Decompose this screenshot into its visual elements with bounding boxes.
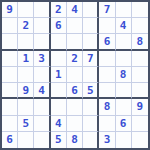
sudoku-cell[interactable]: 8 <box>99 99 115 115</box>
sudoku-cell[interactable] <box>67 67 83 83</box>
sudoku-cell[interactable]: 6 <box>67 83 83 99</box>
sudoku-cell[interactable] <box>34 18 50 34</box>
given-digit: 8 <box>104 101 111 112</box>
sudoku-cell[interactable]: 9 <box>18 83 34 99</box>
given-digit: 1 <box>23 53 30 64</box>
given-digit: 9 <box>137 101 144 112</box>
given-digit: 8 <box>137 36 144 47</box>
sudoku-cell[interactable] <box>51 83 67 99</box>
given-digit: 6 <box>55 20 62 31</box>
sudoku-cell[interactable]: 5 <box>51 132 67 148</box>
sudoku-cell[interactable]: 7 <box>83 51 99 67</box>
given-digit: 8 <box>71 134 78 145</box>
given-digit: 7 <box>104 4 111 15</box>
sudoku-cell[interactable] <box>99 67 115 83</box>
sudoku-cell[interactable] <box>132 116 148 132</box>
sudoku-cell[interactable] <box>83 116 99 132</box>
given-digit: 4 <box>55 118 62 129</box>
sudoku-cell[interactable] <box>67 34 83 50</box>
sudoku-cell[interactable] <box>34 67 50 83</box>
sudoku-cell[interactable] <box>18 34 34 50</box>
sudoku-cell[interactable] <box>2 116 18 132</box>
sudoku-cell[interactable] <box>132 132 148 148</box>
sudoku-cell[interactable] <box>116 83 132 99</box>
given-digit: 9 <box>6 4 13 15</box>
sudoku-cell[interactable] <box>2 67 18 83</box>
given-digit: 4 <box>71 4 78 15</box>
sudoku-cell[interactable]: 8 <box>67 132 83 148</box>
given-digit: 7 <box>87 53 94 64</box>
sudoku-cell[interactable] <box>2 51 18 67</box>
sudoku-cell[interactable]: 9 <box>2 2 18 18</box>
given-digit: 8 <box>120 69 127 80</box>
sudoku-cell[interactable] <box>34 116 50 132</box>
sudoku-cell[interactable] <box>67 99 83 115</box>
sudoku-cell[interactable] <box>2 83 18 99</box>
sudoku-cell[interactable] <box>83 2 99 18</box>
sudoku-cell[interactable] <box>18 2 34 18</box>
given-digit: 1 <box>55 69 62 80</box>
sudoku-cell[interactable]: 6 <box>2 132 18 148</box>
sudoku-cell[interactable] <box>18 99 34 115</box>
sudoku-cell[interactable] <box>132 18 148 34</box>
given-digit: 4 <box>38 85 45 96</box>
sudoku-board: 9247264681327189465895466583 <box>0 0 150 150</box>
sudoku-cell[interactable] <box>83 99 99 115</box>
given-digit: 6 <box>6 134 13 145</box>
sudoku-cell[interactable] <box>116 34 132 50</box>
sudoku-cell[interactable] <box>34 99 50 115</box>
sudoku-cell[interactable] <box>83 132 99 148</box>
sudoku-cell[interactable] <box>2 99 18 115</box>
sudoku-cell[interactable]: 4 <box>51 116 67 132</box>
sudoku-cell[interactable]: 6 <box>116 116 132 132</box>
sudoku-cell[interactable]: 6 <box>99 34 115 50</box>
sudoku-cell[interactable]: 4 <box>34 83 50 99</box>
sudoku-cell[interactable] <box>34 132 50 148</box>
sudoku-cell[interactable]: 3 <box>34 51 50 67</box>
sudoku-cell[interactable] <box>116 99 132 115</box>
sudoku-cell[interactable]: 5 <box>83 83 99 99</box>
sudoku-cell[interactable] <box>51 99 67 115</box>
sudoku-cell[interactable]: 8 <box>132 34 148 50</box>
sudoku-cell[interactable]: 9 <box>132 99 148 115</box>
given-digit: 9 <box>23 85 30 96</box>
given-digit: 2 <box>55 4 62 15</box>
given-digit: 6 <box>104 36 111 47</box>
sudoku-cell[interactable]: 7 <box>99 2 115 18</box>
sudoku-cell[interactable] <box>51 51 67 67</box>
sudoku-cell[interactable] <box>99 18 115 34</box>
sudoku-cell[interactable]: 2 <box>67 51 83 67</box>
given-digit: 6 <box>120 118 127 129</box>
sudoku-cell[interactable] <box>18 67 34 83</box>
sudoku-cell[interactable] <box>99 116 115 132</box>
sudoku-cell[interactable]: 1 <box>51 67 67 83</box>
sudoku-cell[interactable] <box>132 83 148 99</box>
sudoku-cell[interactable] <box>99 83 115 99</box>
sudoku-cell[interactable]: 2 <box>51 2 67 18</box>
sudoku-cell[interactable] <box>132 51 148 67</box>
sudoku-cell[interactable] <box>83 34 99 50</box>
sudoku-cell[interactable]: 5 <box>18 116 34 132</box>
sudoku-cell[interactable]: 1 <box>18 51 34 67</box>
given-digit: 5 <box>87 85 94 96</box>
sudoku-cell[interactable]: 4 <box>116 18 132 34</box>
sudoku-cell[interactable] <box>34 2 50 18</box>
sudoku-cell[interactable] <box>116 51 132 67</box>
sudoku-cell[interactable] <box>132 2 148 18</box>
sudoku-cell[interactable]: 4 <box>67 2 83 18</box>
sudoku-cell[interactable] <box>51 34 67 50</box>
given-digit: 3 <box>104 134 111 145</box>
sudoku-cell[interactable] <box>67 116 83 132</box>
given-digit: 2 <box>23 20 30 31</box>
given-digit: 2 <box>71 53 78 64</box>
sudoku-cell[interactable]: 8 <box>116 67 132 83</box>
sudoku-cell[interactable] <box>116 132 132 148</box>
sudoku-cell[interactable] <box>83 67 99 83</box>
sudoku-cell[interactable]: 6 <box>51 18 67 34</box>
given-digit: 4 <box>120 20 127 31</box>
sudoku-cell[interactable] <box>132 67 148 83</box>
given-digit: 5 <box>55 134 62 145</box>
sudoku-cell[interactable] <box>18 132 34 148</box>
given-digit: 6 <box>71 85 78 96</box>
sudoku-cell[interactable] <box>34 34 50 50</box>
given-digit: 3 <box>38 53 45 64</box>
sudoku-cell[interactable]: 2 <box>18 18 34 34</box>
sudoku-cell[interactable] <box>99 51 115 67</box>
sudoku-cell[interactable] <box>2 34 18 50</box>
sudoku-cell[interactable]: 3 <box>99 132 115 148</box>
sudoku-cell[interactable] <box>2 18 18 34</box>
given-digit: 5 <box>23 118 30 129</box>
sudoku-cell[interactable] <box>116 2 132 18</box>
sudoku-cell[interactable] <box>67 18 83 34</box>
sudoku-cell[interactable] <box>83 18 99 34</box>
